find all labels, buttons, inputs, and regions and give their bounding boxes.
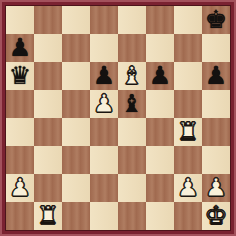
square-g7[interactable]: [174, 34, 202, 62]
square-d1[interactable]: [90, 202, 118, 230]
square-a1[interactable]: [6, 202, 34, 230]
square-g1[interactable]: [174, 202, 202, 230]
square-e1[interactable]: [118, 202, 146, 230]
square-f3[interactable]: [146, 146, 174, 174]
piece-black-pawn-f6[interactable]: ♟: [149, 62, 171, 90]
square-h2[interactable]: ♟: [202, 174, 230, 202]
square-g5[interactable]: [174, 90, 202, 118]
square-f6[interactable]: ♟: [146, 62, 174, 90]
chess-board-frame: ♚♟♛♟♝♟♟♟♝♜♟♟♟♜♚: [0, 0, 236, 236]
square-c2[interactable]: [62, 174, 90, 202]
square-a5[interactable]: [6, 90, 34, 118]
square-h8[interactable]: ♚: [202, 6, 230, 34]
square-b5[interactable]: [34, 90, 62, 118]
square-f7[interactable]: [146, 34, 174, 62]
square-d5[interactable]: ♟: [90, 90, 118, 118]
square-b8[interactable]: [34, 6, 62, 34]
square-a3[interactable]: [6, 146, 34, 174]
square-b3[interactable]: [34, 146, 62, 174]
piece-white-king-h1[interactable]: ♚: [205, 202, 227, 230]
square-a6[interactable]: ♛: [6, 62, 34, 90]
piece-white-pawn-g2[interactable]: ♟: [177, 174, 199, 202]
square-h4[interactable]: [202, 118, 230, 146]
square-h5[interactable]: [202, 90, 230, 118]
square-d7[interactable]: [90, 34, 118, 62]
piece-black-king-h8[interactable]: ♚: [205, 6, 227, 34]
square-d8[interactable]: [90, 6, 118, 34]
square-c6[interactable]: [62, 62, 90, 90]
piece-white-bishop-e6[interactable]: ♝: [121, 62, 143, 90]
piece-white-pawn-h2[interactable]: ♟: [205, 174, 227, 202]
piece-white-rook-g4[interactable]: ♜: [177, 118, 199, 146]
piece-black-queen-a6[interactable]: ♛: [9, 62, 31, 90]
square-b7[interactable]: [34, 34, 62, 62]
square-c3[interactable]: [62, 146, 90, 174]
square-f5[interactable]: [146, 90, 174, 118]
square-g8[interactable]: [174, 6, 202, 34]
square-e5[interactable]: ♝: [118, 90, 146, 118]
square-g4[interactable]: ♜: [174, 118, 202, 146]
square-e3[interactable]: [118, 146, 146, 174]
square-b2[interactable]: [34, 174, 62, 202]
square-g2[interactable]: ♟: [174, 174, 202, 202]
square-f1[interactable]: [146, 202, 174, 230]
square-e4[interactable]: [118, 118, 146, 146]
square-e7[interactable]: [118, 34, 146, 62]
square-f2[interactable]: [146, 174, 174, 202]
square-h3[interactable]: [202, 146, 230, 174]
square-d3[interactable]: [90, 146, 118, 174]
square-a4[interactable]: [6, 118, 34, 146]
piece-black-pawn-d6[interactable]: ♟: [93, 62, 115, 90]
piece-white-pawn-a2[interactable]: ♟: [9, 174, 31, 202]
square-d2[interactable]: [90, 174, 118, 202]
square-b1[interactable]: ♜: [34, 202, 62, 230]
square-a7[interactable]: ♟: [6, 34, 34, 62]
square-g6[interactable]: [174, 62, 202, 90]
square-g3[interactable]: [174, 146, 202, 174]
square-c5[interactable]: [62, 90, 90, 118]
square-c8[interactable]: [62, 6, 90, 34]
square-f4[interactable]: [146, 118, 174, 146]
square-d6[interactable]: ♟: [90, 62, 118, 90]
square-h6[interactable]: ♟: [202, 62, 230, 90]
piece-black-bishop-e5[interactable]: ♝: [121, 90, 143, 118]
piece-black-pawn-h6[interactable]: ♟: [205, 62, 227, 90]
square-b4[interactable]: [34, 118, 62, 146]
square-c1[interactable]: [62, 202, 90, 230]
square-e2[interactable]: [118, 174, 146, 202]
square-f8[interactable]: [146, 6, 174, 34]
square-d4[interactable]: [90, 118, 118, 146]
chess-board: ♚♟♛♟♝♟♟♟♝♜♟♟♟♜♚: [6, 6, 230, 230]
square-a8[interactable]: [6, 6, 34, 34]
square-h7[interactable]: [202, 34, 230, 62]
square-c7[interactable]: [62, 34, 90, 62]
square-b6[interactable]: [34, 62, 62, 90]
square-h1[interactable]: ♚: [202, 202, 230, 230]
piece-white-rook-b1[interactable]: ♜: [37, 202, 59, 230]
piece-black-pawn-a7[interactable]: ♟: [9, 34, 31, 62]
square-c4[interactable]: [62, 118, 90, 146]
piece-white-pawn-d5[interactable]: ♟: [93, 90, 115, 118]
square-e6[interactable]: ♝: [118, 62, 146, 90]
square-a2[interactable]: ♟: [6, 174, 34, 202]
square-e8[interactable]: [118, 6, 146, 34]
